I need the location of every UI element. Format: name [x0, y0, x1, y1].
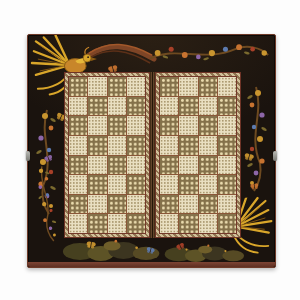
- square[interactable]: [88, 195, 106, 214]
- square[interactable]: [218, 175, 236, 194]
- square[interactable]: [179, 214, 197, 233]
- square[interactable]: [127, 156, 145, 175]
- square[interactable]: [88, 136, 106, 155]
- floral-right-column: [240, 63, 272, 213]
- square[interactable]: [108, 136, 126, 155]
- square[interactable]: [199, 136, 217, 155]
- square[interactable]: [218, 156, 236, 175]
- chess-board: [27, 34, 276, 268]
- board-base-edge: [28, 262, 275, 267]
- square[interactable]: [199, 156, 217, 175]
- butterfly-icon: [85, 240, 96, 250]
- square[interactable]: [108, 175, 126, 194]
- board-right-half: [155, 72, 241, 238]
- square[interactable]: [160, 116, 178, 135]
- butterfly-icon: [249, 182, 259, 190]
- square[interactable]: [108, 97, 126, 116]
- square[interactable]: [179, 116, 197, 135]
- floral-top-band: [146, 37, 272, 71]
- rocks-bottom-right: [160, 234, 252, 262]
- square[interactable]: [69, 195, 87, 214]
- square[interactable]: [199, 195, 217, 214]
- square[interactable]: [127, 214, 145, 233]
- board-left-half: [64, 72, 150, 238]
- square[interactable]: [88, 77, 106, 96]
- square[interactable]: [108, 156, 126, 175]
- square[interactable]: [88, 214, 106, 233]
- square[interactable]: [218, 136, 236, 155]
- butterfly-icon: [145, 246, 156, 255]
- butterfly-icon: [243, 152, 255, 162]
- tree-bottom-left: [27, 161, 68, 244]
- square[interactable]: [127, 136, 145, 155]
- square[interactable]: [179, 136, 197, 155]
- square[interactable]: [160, 97, 178, 116]
- square[interactable]: [218, 97, 236, 116]
- square[interactable]: [160, 195, 178, 214]
- square[interactable]: [179, 156, 197, 175]
- square[interactable]: [88, 116, 106, 135]
- square[interactable]: [199, 214, 217, 233]
- square[interactable]: [108, 77, 126, 96]
- square[interactable]: [199, 116, 217, 135]
- photo-background: [0, 0, 300, 300]
- square[interactable]: [69, 116, 87, 135]
- square[interactable]: [199, 77, 217, 96]
- square[interactable]: [88, 156, 106, 175]
- square[interactable]: [108, 195, 126, 214]
- square[interactable]: [218, 77, 236, 96]
- square[interactable]: [69, 77, 87, 96]
- square[interactable]: [179, 97, 197, 116]
- right-half-grid: [159, 76, 237, 234]
- square[interactable]: [69, 156, 87, 175]
- square[interactable]: [108, 116, 126, 135]
- square[interactable]: [160, 77, 178, 96]
- square[interactable]: [127, 116, 145, 135]
- square[interactable]: [160, 156, 178, 175]
- square[interactable]: [179, 77, 197, 96]
- latch-left: [26, 151, 30, 161]
- left-half-grid: [68, 76, 146, 234]
- square[interactable]: [69, 136, 87, 155]
- square[interactable]: [69, 97, 87, 116]
- butterfly-icon: [43, 154, 54, 164]
- square[interactable]: [199, 97, 217, 116]
- square[interactable]: [88, 175, 106, 194]
- square[interactable]: [218, 214, 236, 233]
- square[interactable]: [69, 214, 87, 233]
- square[interactable]: [160, 214, 178, 233]
- playing-field: [64, 72, 241, 238]
- square[interactable]: [179, 195, 197, 214]
- latch-right: [273, 151, 277, 161]
- square[interactable]: [127, 77, 145, 96]
- square[interactable]: [179, 175, 197, 194]
- square[interactable]: [218, 195, 236, 214]
- square[interactable]: [127, 195, 145, 214]
- butterfly-icon: [175, 241, 186, 251]
- square[interactable]: [88, 97, 106, 116]
- square[interactable]: [127, 175, 145, 194]
- square[interactable]: [160, 136, 178, 155]
- square[interactable]: [160, 175, 178, 194]
- square[interactable]: [69, 175, 87, 194]
- square[interactable]: [218, 116, 236, 135]
- square[interactable]: [127, 97, 145, 116]
- square[interactable]: [108, 214, 126, 233]
- square[interactable]: [199, 175, 217, 194]
- floral-left-column: [31, 91, 63, 231]
